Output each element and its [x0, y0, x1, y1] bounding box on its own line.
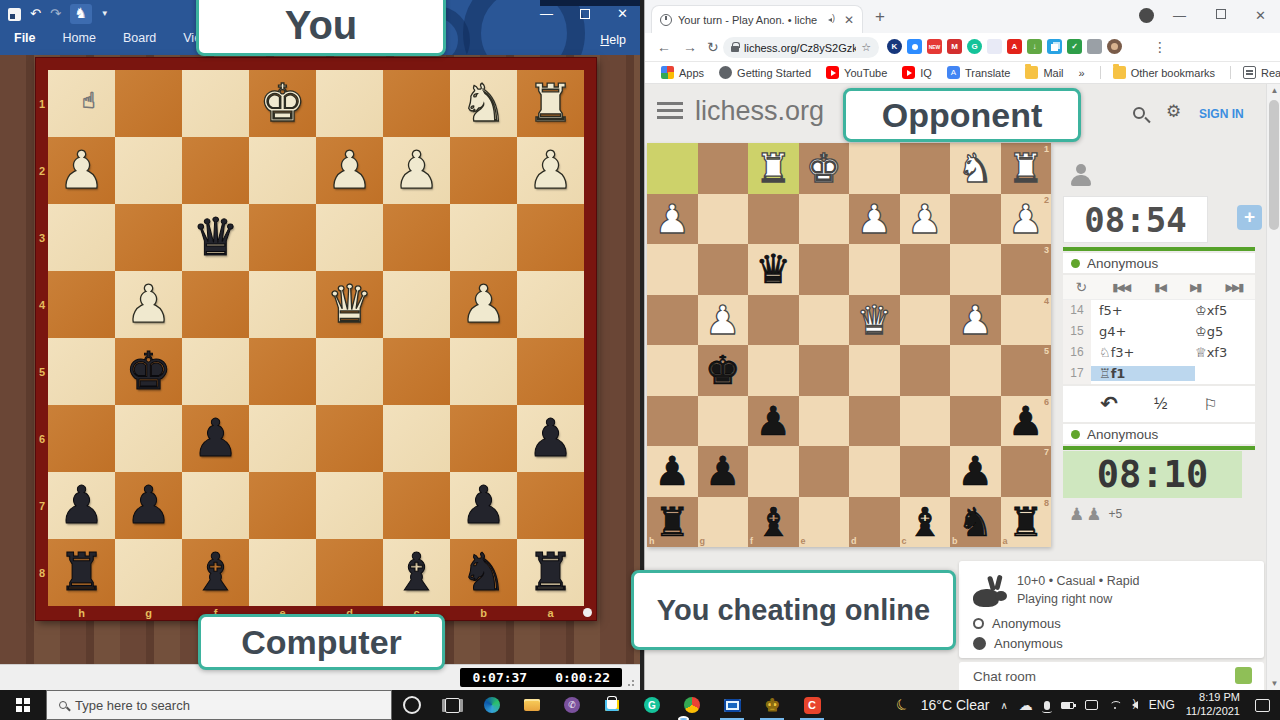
start-button[interactable] [0, 690, 46, 720]
gear-icon[interactable]: ⚙ [1166, 101, 1181, 121]
new-badge-ext[interactable]: NEW [927, 39, 942, 54]
browser-menu-icon[interactable]: ⋮ [1153, 39, 1167, 55]
square-f6[interactable]: ♟ [748, 396, 799, 447]
address-bar[interactable]: lichess.org/Cz8yS2GzkN... ☆ [723, 37, 879, 58]
speaker-icon[interactable] [828, 16, 838, 24]
white-knight[interactable]: ♞ [957, 143, 993, 193]
white-pawn[interactable]: ♟ [125, 271, 172, 338]
square-e5[interactable] [799, 345, 850, 396]
add-time-button[interactable]: + [1237, 205, 1262, 230]
camera-ext[interactable] [907, 39, 922, 54]
taskbar-search[interactable]: Type here to search [46, 690, 392, 720]
takeback-button[interactable]: ↶ [1100, 392, 1118, 416]
square-g5[interactable]: ♚ [115, 338, 182, 405]
close-button[interactable]: ✕ [617, 7, 628, 21]
square-c3[interactable] [383, 204, 450, 271]
square-f5[interactable] [748, 345, 799, 396]
back-button[interactable]: ← [657, 39, 671, 55]
m-ext[interactable]: M [947, 39, 962, 54]
clock-date[interactable]: 8:19 PM 11/12/2021 [1186, 691, 1240, 719]
move-black[interactable]: ♕xf3 [1195, 345, 1255, 360]
last-move-icon[interactable]: ▶▶▮ [1225, 281, 1242, 294]
black-color-icon [973, 637, 986, 650]
black-pawn[interactable]: ♟ [125, 472, 172, 539]
square-d5[interactable] [849, 345, 900, 396]
white-pawn[interactable]: ♟ [957, 295, 993, 345]
lichess-logo[interactable]: lichess.org [695, 96, 824, 127]
resign-flag-button[interactable]: ⚐ [1203, 395, 1217, 414]
square-c4[interactable] [383, 271, 450, 338]
translate-icon [947, 66, 960, 79]
camtasia-taskbar-icon[interactable] [792, 690, 832, 720]
square-a8[interactable]: ♜8a [1001, 497, 1052, 548]
scrollbar-thumb[interactable] [1269, 100, 1279, 230]
square-b8[interactable]: ♞b [950, 497, 1001, 548]
white-pawn[interactable]: ♟ [654, 194, 690, 244]
square-g4[interactable]: ♟ [115, 271, 182, 338]
square-d4[interactable]: ♛ [849, 295, 900, 346]
white-king[interactable]: ♚ [259, 70, 306, 137]
bookmark-apps[interactable]: Apps [661, 66, 704, 79]
lock-icon [731, 46, 739, 52]
game-info-panel: 10+0 • Casual • Rapid Playing right now … [959, 561, 1264, 658]
square-a1[interactable]: ♜ [517, 70, 584, 137]
square-c1[interactable] [383, 70, 450, 137]
white-pawn[interactable]: ♟ [393, 137, 440, 204]
square-a1[interactable]: ♜1 [1001, 143, 1052, 194]
square-b5[interactable] [450, 338, 517, 405]
battery-icon[interactable] [1061, 702, 1074, 709]
white-queen[interactable]: ♛ [326, 271, 373, 338]
square-f8[interactable]: ♝f [748, 497, 799, 548]
square-d2[interactable]: ♟ [849, 194, 900, 245]
bookmark-mail[interactable]: Mail [1025, 66, 1063, 79]
black-queen[interactable]: ♛ [755, 244, 791, 294]
reading-list-icon [1243, 66, 1256, 79]
square-a6[interactable]: ♟ [517, 405, 584, 472]
square-c7[interactable] [900, 446, 951, 497]
white-pawn[interactable]: ♟ [326, 137, 373, 204]
square-g1[interactable] [698, 143, 749, 194]
square-e7[interactable] [249, 472, 316, 539]
square-f3[interactable]: ♛ [748, 244, 799, 295]
square-h4[interactable] [48, 271, 115, 338]
action-center-icon[interactable] [1255, 699, 1270, 712]
black-rook[interactable]: ♜ [527, 539, 574, 606]
volume-icon[interactable] [1132, 701, 1138, 709]
square-d6[interactable] [849, 396, 900, 447]
onedrive-cloud-icon[interactable]: ☁ [1019, 697, 1033, 713]
white-knight[interactable]: ♞ [460, 70, 507, 137]
square-b3[interactable] [450, 204, 517, 271]
square-b7[interactable]: ♟ [950, 446, 1001, 497]
quick-access-toolbar: ↶ ↷ ♞ ▼ [8, 4, 109, 24]
square-h8[interactable]: ♜ [48, 539, 115, 606]
scroll-down-icon[interactable]: ▼ [1267, 679, 1280, 688]
square-d1[interactable] [849, 143, 900, 194]
dropdown-icon[interactable]: ▼ [101, 4, 109, 24]
white-rook[interactable]: ♜ [527, 70, 574, 137]
square-e2[interactable] [249, 137, 316, 204]
move-white[interactable]: f5+ [1091, 303, 1195, 318]
maximize-button[interactable] [580, 9, 590, 19]
grammarly-taskbar-icon[interactable] [632, 690, 672, 720]
square-d3[interactable] [316, 204, 383, 271]
tray-time: 8:19 PM [1199, 691, 1240, 703]
black-player-row: Anonymous [973, 636, 1063, 651]
file-explorer-taskbar-icon[interactable] [512, 690, 552, 720]
copy-ext[interactable] [1047, 39, 1062, 54]
square-b6[interactable] [450, 405, 517, 472]
chess-app-taskbar-icon[interactable] [752, 690, 792, 720]
square-a3[interactable] [517, 204, 584, 271]
avatar-ext[interactable] [1107, 39, 1122, 54]
board-icon[interactable] [8, 8, 21, 21]
square-f3[interactable]: ♛ [182, 204, 249, 271]
first-move-icon[interactable]: ▮◀◀ [1112, 281, 1129, 294]
square-d5[interactable] [316, 338, 383, 405]
menu-help[interactable]: Help [600, 33, 626, 47]
menu-file[interactable]: File [14, 31, 36, 45]
black-knight[interactable]: ♞ [957, 497, 993, 547]
square-g7[interactable]: ♟ [115, 472, 182, 539]
square-c8[interactable]: ♝ [383, 539, 450, 606]
move-black[interactable]: ♔g5 [1195, 324, 1255, 339]
flip-board-icon[interactable]: ↻ [1076, 279, 1088, 295]
square-g6[interactable] [698, 396, 749, 447]
square-f4[interactable] [182, 271, 249, 338]
chat-room-title: Chat room [973, 669, 1036, 684]
lichess-board[interactable]: ♜♚♞♜1♟♟♟♟2♛3♟♛♟4♚5♟♟6♟♟♟7♜hg♝fed♝c♞b♜8a [647, 143, 1051, 547]
menu-board[interactable]: Board [123, 31, 156, 45]
white-queen[interactable]: ♛ [856, 295, 892, 345]
square-e3[interactable] [249, 204, 316, 271]
black-bishop[interactable]: ♝ [907, 497, 943, 547]
square-h2[interactable]: ♟ [647, 194, 698, 245]
resize-grip[interactable] [627, 677, 637, 687]
white-pawn[interactable]: ♟ [705, 295, 741, 345]
square-h6[interactable] [647, 396, 698, 447]
white-rook[interactable]: ♜ [1008, 143, 1044, 193]
white-pawn[interactable]: ♟ [58, 137, 105, 204]
wifi-icon[interactable] [1109, 701, 1121, 710]
new-tab-button[interactable]: + [875, 7, 885, 27]
black-pawn[interactable]: ♟ [957, 446, 993, 496]
square-b4[interactable]: ♟ [950, 295, 1001, 346]
square-g2[interactable] [698, 194, 749, 245]
sign-in-button[interactable]: SIGN IN [1199, 107, 1244, 121]
square-e2[interactable] [799, 194, 850, 245]
square-g2[interactable] [115, 137, 182, 204]
white-pawn[interactable]: ♟ [907, 194, 943, 244]
black-bishop[interactable]: ♝ [393, 539, 440, 606]
square-a2[interactable]: ♟ [517, 137, 584, 204]
game-status: Playing right now [1017, 592, 1112, 606]
search-icon[interactable] [1133, 107, 1145, 119]
close-button[interactable]: ✕ [1255, 9, 1266, 22]
square-b7[interactable]: ♟ [450, 472, 517, 539]
square-h7[interactable]: ♟ [48, 472, 115, 539]
square-a7[interactable]: 7 [1001, 446, 1052, 497]
menu-home[interactable]: Home [63, 31, 96, 45]
maximize-button[interactable] [1216, 9, 1226, 19]
player-bar [1063, 446, 1255, 450]
pdf-ext[interactable]: A [1007, 39, 1022, 54]
move-list: 14f5+♔xf515g4+♔g516♘f3+♕xf317♖f1 [1063, 300, 1255, 384]
black-bishop[interactable]: ♝ [192, 539, 239, 606]
puzzle-ext[interactable] [1087, 39, 1102, 54]
shield-ext[interactable]: ✓ [1067, 39, 1082, 54]
square-h7[interactable]: ♟ [647, 446, 698, 497]
square-f7[interactable] [182, 472, 249, 539]
opponent-bar [1063, 247, 1255, 251]
black-pawn[interactable]: ♟ [1008, 396, 1044, 446]
square-h3[interactable] [647, 244, 698, 295]
bookmark--[interactable]: » [1079, 67, 1085, 79]
square-e1[interactable]: ♚ [249, 70, 316, 137]
apps-grid-icon [661, 66, 674, 79]
profile-avatar[interactable] [1139, 8, 1154, 23]
square-a8[interactable]: ♜ [517, 539, 584, 606]
square-g8[interactable]: g [698, 497, 749, 548]
square-a2[interactable]: ♟2 [1001, 194, 1052, 245]
scroll-up-icon[interactable]: ▲ [1267, 86, 1280, 95]
square-e6[interactable] [249, 405, 316, 472]
cortana-taskbar-icon[interactable] [392, 690, 432, 720]
square-f2[interactable] [748, 194, 799, 245]
bookmark-other-bookmarks[interactable]: Other bookmarks [1100, 66, 1215, 79]
square-d8[interactable] [316, 539, 383, 606]
square-e8[interactable]: e [799, 497, 850, 548]
square-h5[interactable] [48, 338, 115, 405]
square-g7[interactable]: ♟ [698, 446, 749, 497]
square-b8[interactable]: ♞ [450, 539, 517, 606]
k-ext[interactable]: K [887, 39, 902, 54]
square-c6[interactable] [900, 396, 951, 447]
draw-offer-button[interactable]: ½ [1154, 395, 1167, 413]
square-b1[interactable]: ♞ [450, 70, 517, 137]
square-c2[interactable]: ♟ [900, 194, 951, 245]
square-h2[interactable]: ♟ [48, 137, 115, 204]
black-pawn[interactable]: ♟ [705, 446, 741, 496]
square-d7[interactable] [316, 472, 383, 539]
browser-tab[interactable]: Your turn - Play Anon. • liche ✕ [651, 5, 863, 33]
white-pawn[interactable]: ♟ [856, 194, 892, 244]
opponent-player-row[interactable]: Anonymous [1063, 253, 1255, 273]
square-f2[interactable] [182, 137, 249, 204]
white-player-name: Anonymous [992, 616, 1061, 631]
black-pawn[interactable]: ♟ [755, 396, 791, 446]
move-white[interactable]: g4+ [1091, 324, 1195, 339]
bookmark-youtube[interactable]: YouTube [826, 66, 887, 79]
rank-labels: 12345678 [36, 70, 48, 606]
square-c4[interactable] [900, 295, 951, 346]
black-pawn[interactable]: ♟ [527, 405, 574, 472]
white-color-icon [973, 618, 984, 629]
move-black[interactable]: ♔xf5 [1195, 303, 1255, 318]
screen-share-taskbar-icon[interactable] [712, 690, 752, 720]
square-g3[interactable] [698, 244, 749, 295]
square-f1[interactable]: ♜ [748, 143, 799, 194]
captured-pawn-icon: ♟ [1086, 504, 1101, 524]
square-c3[interactable] [900, 244, 951, 295]
tab-close-icon[interactable]: ✕ [844, 13, 854, 27]
edge-taskbar-icon[interactable] [472, 690, 512, 720]
bookmark-translate[interactable]: Translate [947, 66, 1010, 79]
square-g1[interactable] [115, 70, 182, 137]
chat-toggle-button[interactable] [1235, 667, 1252, 684]
phone-ext[interactable] [987, 39, 1002, 54]
task-view-taskbar-icon[interactable] [432, 690, 472, 720]
white-pawn[interactable]: ♟ [527, 137, 574, 204]
page-scrollbar[interactable]: ▲ ▼ [1266, 84, 1280, 690]
reload-button[interactable]: ↻ [707, 39, 719, 55]
hamburger-menu-icon[interactable] [657, 102, 683, 123]
undo-icon[interactable]: ↶ [30, 4, 41, 24]
minimize-button[interactable]: — [1173, 9, 1186, 22]
square-b1[interactable]: ♞ [950, 143, 1001, 194]
online-dot [1071, 430, 1080, 439]
weather-text[interactable]: 16°C Clear [921, 697, 990, 713]
square-e4[interactable] [249, 271, 316, 338]
player-clock: 08:10 [1063, 451, 1242, 498]
black-pawn[interactable]: ♟ [654, 446, 690, 496]
bookmark-reading-list[interactable]: Reading list [1230, 66, 1280, 79]
square-h8[interactable]: ♜h [647, 497, 698, 548]
material-advantage: +5 [1109, 507, 1123, 521]
black-king[interactable]: ♚ [705, 345, 741, 395]
square-a4[interactable]: 4 [1001, 295, 1052, 346]
square-e3[interactable] [799, 244, 850, 295]
square-e6[interactable] [799, 396, 850, 447]
prev-move-icon[interactable]: ▮◀ [1154, 281, 1165, 294]
square-e8[interactable] [249, 539, 316, 606]
square-h3[interactable] [48, 204, 115, 271]
knight-icon[interactable]: ♞ [70, 4, 92, 24]
square-e4[interactable] [799, 295, 850, 346]
black-rook[interactable]: ♜ [654, 497, 690, 547]
square-b5[interactable] [950, 345, 1001, 396]
black-queen[interactable]: ♛ [192, 204, 239, 271]
display-cast-icon[interactable] [1085, 700, 1098, 710]
square-b3[interactable] [950, 244, 1001, 295]
square-b4[interactable]: ♟ [450, 271, 517, 338]
white-pawn[interactable]: ♟ [460, 271, 507, 338]
viber-taskbar-icon[interactable] [552, 690, 592, 720]
square-b6[interactable] [950, 396, 1001, 447]
square-b2[interactable] [450, 137, 517, 204]
grammarly-ext[interactable]: G [967, 39, 982, 54]
ms-store-taskbar-icon[interactable] [592, 690, 632, 720]
bookmark-iq[interactable]: IQ [902, 66, 932, 79]
move-row: 16♘f3+♕xf3 [1063, 342, 1255, 363]
bookmark-star-icon[interactable]: ☆ [861, 41, 871, 54]
player-row[interactable]: Anonymous [1063, 424, 1255, 444]
language-indicator[interactable]: ENG [1149, 698, 1175, 712]
square-a3[interactable]: 3 [1001, 244, 1052, 295]
square-f7[interactable] [748, 446, 799, 497]
square-d6[interactable] [316, 405, 383, 472]
square-f8[interactable]: ♝ [182, 539, 249, 606]
square-c2[interactable]: ♟ [383, 137, 450, 204]
black-rook[interactable]: ♜ [58, 539, 105, 606]
square-d3[interactable] [849, 244, 900, 295]
square-d1[interactable] [316, 70, 383, 137]
computer-board[interactable]: ☝ ♚♞♜♟♟♟♟♛♟♛♟♚♟♟♟♟♟♜♝♝♞♜ [48, 70, 584, 606]
square-d8[interactable]: d [849, 497, 900, 548]
bookmark-getting-started[interactable]: Getting Started [719, 66, 811, 79]
hidden-icons-chevron[interactable]: ∧ [1000, 700, 1007, 711]
square-a4[interactable] [517, 271, 584, 338]
black-pawn[interactable]: ♟ [460, 472, 507, 539]
square-a7[interactable] [517, 472, 584, 539]
black-king[interactable]: ♚ [125, 338, 172, 405]
square-c5[interactable] [900, 345, 951, 396]
square-d7[interactable] [849, 446, 900, 497]
square-c1[interactable] [900, 143, 951, 194]
square-h1[interactable] [647, 143, 698, 194]
square-g3[interactable] [115, 204, 182, 271]
square-g4[interactable]: ♟ [698, 295, 749, 346]
square-h4[interactable] [647, 295, 698, 346]
square-c6[interactable] [383, 405, 450, 472]
square-e7[interactable] [799, 446, 850, 497]
square-d4[interactable]: ♛ [316, 271, 383, 338]
square-f4[interactable] [748, 295, 799, 346]
black-rook[interactable]: ♜ [1008, 497, 1044, 547]
move-white[interactable]: ♘f3+ [1091, 345, 1195, 360]
square-f5[interactable] [182, 338, 249, 405]
square-f6[interactable]: ♟ [182, 405, 249, 472]
square-e1[interactable]: ♚ [799, 143, 850, 194]
white-pawn[interactable]: ♟ [1008, 194, 1044, 244]
square-e5[interactable] [249, 338, 316, 405]
square-c7[interactable] [383, 472, 450, 539]
hand-cursor-icon: ☝ [82, 88, 95, 113]
idm-ext[interactable]: ↓ [1027, 39, 1042, 54]
black-knight[interactable]: ♞ [460, 539, 507, 606]
forward-button[interactable]: → [683, 39, 697, 55]
square-c8[interactable]: ♝c [900, 497, 951, 548]
next-move-icon[interactable]: ▶▮ [1190, 281, 1201, 294]
square-g6[interactable] [115, 405, 182, 472]
minimize-button[interactable]: — [540, 7, 553, 21]
square-g8[interactable] [115, 539, 182, 606]
black-bishop[interactable]: ♝ [755, 497, 791, 547]
label-computer: Computer [198, 614, 445, 670]
square-h6[interactable] [48, 405, 115, 472]
square-g5[interactable]: ♚ [698, 345, 749, 396]
chrome-taskbar-icon[interactable] [672, 690, 712, 720]
square-a5[interactable] [517, 338, 584, 405]
redo-icon[interactable]: ↷ [50, 4, 61, 24]
square-a6[interactable]: ♟6 [1001, 396, 1052, 447]
move-white[interactable]: ♖f1 [1091, 366, 1195, 381]
white-king[interactable]: ♚ [806, 143, 842, 193]
black-pawn[interactable]: ♟ [58, 472, 105, 539]
square-a5[interactable]: 5 [1001, 345, 1052, 396]
square-h5[interactable] [647, 345, 698, 396]
microphone-icon[interactable] [1044, 701, 1050, 710]
url-text[interactable]: lichess.org/Cz8yS2GzkN... [744, 42, 856, 54]
black-pawn[interactable]: ♟ [192, 405, 239, 472]
square-d2[interactable]: ♟ [316, 137, 383, 204]
square-f1[interactable] [182, 70, 249, 137]
square-c5[interactable] [383, 338, 450, 405]
white-rook[interactable]: ♜ [755, 143, 791, 193]
opponent-name: Anonymous [1087, 256, 1158, 271]
square-b2[interactable] [950, 194, 1001, 245]
